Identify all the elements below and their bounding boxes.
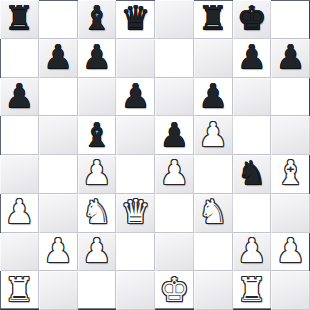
white-rook-piece[interactable]: ♜	[237, 271, 267, 308]
square-d5[interactable]	[116, 116, 155, 155]
square-g4[interactable]: ♞	[233, 155, 272, 194]
white-pawn-piece[interactable]: ♟	[5, 194, 35, 231]
black-pawn-piece[interactable]: ♟	[198, 78, 228, 115]
white-bishop-piece[interactable]: ♝	[276, 155, 306, 192]
square-f1[interactable]	[194, 271, 233, 310]
square-e5[interactable]: ♟	[155, 116, 194, 155]
square-f6[interactable]: ♟	[194, 78, 233, 117]
black-king-piece[interactable]: ♚	[237, 0, 267, 37]
square-f5[interactable]: ♟	[194, 116, 233, 155]
square-g3[interactable]	[233, 194, 272, 233]
square-d4[interactable]	[116, 155, 155, 194]
white-pawn-piece[interactable]: ♟	[82, 155, 112, 192]
square-b3[interactable]	[39, 194, 78, 233]
square-g5[interactable]	[233, 116, 272, 155]
square-g7[interactable]: ♟	[233, 39, 272, 78]
black-pawn-piece[interactable]: ♟	[82, 39, 112, 76]
square-c1[interactable]	[78, 271, 117, 310]
black-queen-piece[interactable]: ♛	[121, 0, 151, 37]
square-a8[interactable]: ♜	[0, 0, 39, 39]
square-c3[interactable]: ♞	[78, 194, 117, 233]
square-g1[interactable]: ♜	[233, 271, 272, 310]
white-pawn-piece[interactable]: ♟	[237, 233, 267, 270]
square-e6[interactable]	[155, 78, 194, 117]
white-pawn-piece[interactable]: ♟	[276, 233, 306, 270]
white-queen-piece[interactable]: ♛	[121, 194, 151, 231]
white-pawn-piece[interactable]: ♟	[198, 116, 228, 153]
square-f2[interactable]	[194, 233, 233, 272]
black-pawn-piece[interactable]: ♟	[43, 39, 73, 76]
square-b1[interactable]	[39, 271, 78, 310]
square-h5[interactable]	[271, 116, 310, 155]
square-e8[interactable]	[155, 0, 194, 39]
square-h3[interactable]	[271, 194, 310, 233]
black-pawn-piece[interactable]: ♟	[121, 78, 151, 115]
square-d6[interactable]: ♟	[116, 78, 155, 117]
square-b7[interactable]: ♟	[39, 39, 78, 78]
square-f3[interactable]: ♞	[194, 194, 233, 233]
square-h7[interactable]: ♟	[271, 39, 310, 78]
square-d3[interactable]: ♛	[116, 194, 155, 233]
white-pawn-piece[interactable]: ♟	[160, 155, 190, 192]
square-g6[interactable]	[233, 78, 272, 117]
square-e4[interactable]: ♟	[155, 155, 194, 194]
square-c5[interactable]: ♝	[78, 116, 117, 155]
square-g2[interactable]: ♟	[233, 233, 272, 272]
white-pawn-piece[interactable]: ♟	[43, 233, 73, 270]
square-c4[interactable]: ♟	[78, 155, 117, 194]
square-a4[interactable]	[0, 155, 39, 194]
square-c2[interactable]: ♟	[78, 233, 117, 272]
square-b5[interactable]	[39, 116, 78, 155]
square-b4[interactable]	[39, 155, 78, 194]
square-h8[interactable]	[271, 0, 310, 39]
square-h2[interactable]: ♟	[271, 233, 310, 272]
square-g8[interactable]: ♚	[233, 0, 272, 39]
square-e2[interactable]	[155, 233, 194, 272]
square-c7[interactable]: ♟	[78, 39, 117, 78]
white-pawn-piece[interactable]: ♟	[82, 233, 112, 270]
white-knight-piece[interactable]: ♞	[198, 194, 228, 231]
black-pawn-piece[interactable]: ♟	[160, 116, 190, 153]
square-c8[interactable]: ♝	[78, 0, 117, 39]
square-d7[interactable]	[116, 39, 155, 78]
square-f7[interactable]	[194, 39, 233, 78]
square-a5[interactable]	[0, 116, 39, 155]
black-rook-piece[interactable]: ♜	[198, 0, 228, 37]
square-d2[interactable]	[116, 233, 155, 272]
black-bishop-piece[interactable]: ♝	[82, 0, 112, 37]
square-e7[interactable]	[155, 39, 194, 78]
square-d8[interactable]: ♛	[116, 0, 155, 39]
square-f4[interactable]	[194, 155, 233, 194]
square-b8[interactable]	[39, 0, 78, 39]
square-a1[interactable]: ♜	[0, 271, 39, 310]
square-f8[interactable]: ♜	[194, 0, 233, 39]
square-b2[interactable]: ♟	[39, 233, 78, 272]
black-rook-piece[interactable]: ♜	[5, 0, 35, 37]
black-pawn-piece[interactable]: ♟	[5, 78, 35, 115]
black-pawn-piece[interactable]: ♟	[237, 39, 267, 76]
square-e1[interactable]: ♚	[155, 271, 194, 310]
square-e3[interactable]	[155, 194, 194, 233]
square-b6[interactable]	[39, 78, 78, 117]
square-h1[interactable]	[271, 271, 310, 310]
square-d1[interactable]	[116, 271, 155, 310]
white-king-piece[interactable]: ♚	[160, 271, 190, 308]
square-a7[interactable]	[0, 39, 39, 78]
black-bishop-piece[interactable]: ♝	[82, 116, 112, 153]
square-a6[interactable]: ♟	[0, 78, 39, 117]
white-rook-piece[interactable]: ♜	[5, 271, 35, 308]
black-pawn-piece[interactable]: ♟	[276, 39, 306, 76]
black-knight-piece[interactable]: ♞	[237, 155, 267, 192]
square-h6[interactable]	[271, 78, 310, 117]
chess-board: ♜♝♛♜♚♟♟♟♟♟♟♟♝♟♟♟♟♞♝♟♞♛♞♟♟♟♟♜♚♜	[0, 0, 310, 310]
square-c6[interactable]	[78, 78, 117, 117]
white-knight-piece[interactable]: ♞	[82, 194, 112, 231]
square-h4[interactable]: ♝	[271, 155, 310, 194]
square-a3[interactable]: ♟	[0, 194, 39, 233]
square-a2[interactable]	[0, 233, 39, 272]
